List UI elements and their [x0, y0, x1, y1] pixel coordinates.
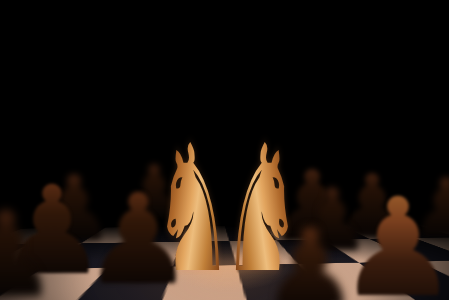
black-pawn-left-mid: ♟ [82, 177, 194, 300]
board-square [0, 0, 94, 38]
board-square [149, 0, 265, 42]
board-square [0, 0, 15, 37]
black-pawn-right-foreground: ♟ [260, 214, 360, 300]
board-square [244, 0, 376, 44]
board-square [386, 0, 449, 47]
board-square [316, 0, 449, 46]
chess-photo-scene: ♞♞♟♟♟♟♟♟♟♟♟♟♟ [0, 0, 449, 300]
black-pawn-far-left: ♟ [0, 196, 59, 300]
board-square [28, 0, 170, 40]
